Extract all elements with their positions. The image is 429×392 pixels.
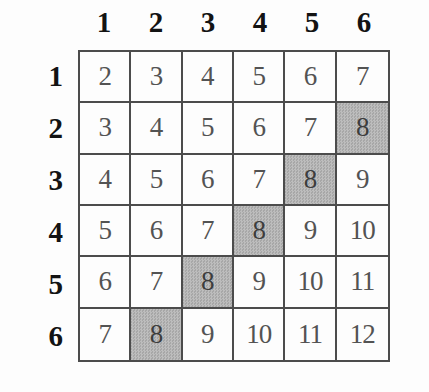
- cell-r3c5-highlighted: 8: [285, 155, 336, 206]
- addition-grid: 2345673456784567895678910678910117891011…: [78, 50, 390, 362]
- cell-r3c6: 9: [337, 155, 388, 206]
- cell-r1c1: 2: [80, 52, 131, 103]
- cell-r6c1: 7: [80, 309, 131, 360]
- col-header-6: 6: [338, 0, 390, 50]
- cell-r5c1: 6: [80, 257, 131, 308]
- cell-r4c4-highlighted: 8: [234, 206, 285, 257]
- cell-r6c4: 10: [234, 309, 285, 360]
- row-header-3: 3: [0, 154, 78, 206]
- cell-r5c4: 9: [234, 257, 285, 308]
- cell-r1c5: 6: [285, 52, 336, 103]
- cell-r4c5: 9: [285, 206, 336, 257]
- corner-spacer: [0, 0, 78, 50]
- cell-r1c2: 3: [131, 52, 182, 103]
- cell-r6c2-highlighted: 8: [131, 309, 182, 360]
- cell-r1c3: 4: [183, 52, 234, 103]
- cell-r2c4: 6: [234, 103, 285, 154]
- col-header-1: 1: [78, 0, 130, 50]
- cell-r3c4: 7: [234, 155, 285, 206]
- cell-r2c6-highlighted: 8: [337, 103, 388, 154]
- cell-r3c1: 4: [80, 155, 131, 206]
- col-header-2: 2: [130, 0, 182, 50]
- cell-r2c1: 3: [80, 103, 131, 154]
- row-header-5: 5: [0, 258, 78, 310]
- cell-r1c4: 5: [234, 52, 285, 103]
- cell-r3c2: 5: [131, 155, 182, 206]
- dice-sum-table-diagram: 123456123456 234567345678456789567891067…: [0, 0, 429, 392]
- cell-r2c3: 5: [183, 103, 234, 154]
- col-header-3: 3: [182, 0, 234, 50]
- row-header-4: 4: [0, 206, 78, 258]
- cell-r4c3: 7: [183, 206, 234, 257]
- cell-r1c6: 7: [337, 52, 388, 103]
- cell-r6c6: 12: [337, 309, 388, 360]
- row-header-1: 1: [0, 50, 78, 102]
- col-header-4: 4: [234, 0, 286, 50]
- cell-r6c3: 9: [183, 309, 234, 360]
- cell-r4c1: 5: [80, 206, 131, 257]
- col-header-5: 5: [286, 0, 338, 50]
- row-header-2: 2: [0, 102, 78, 154]
- cell-r5c2: 7: [131, 257, 182, 308]
- cell-r5c3-highlighted: 8: [183, 257, 234, 308]
- cell-r4c2: 6: [131, 206, 182, 257]
- cell-r6c5: 11: [285, 309, 336, 360]
- cell-r5c5: 10: [285, 257, 336, 308]
- cell-r5c6: 11: [337, 257, 388, 308]
- cell-r2c5: 7: [285, 103, 336, 154]
- cell-r4c6: 10: [337, 206, 388, 257]
- cell-r3c3: 6: [183, 155, 234, 206]
- cell-r2c2: 4: [131, 103, 182, 154]
- row-header-6: 6: [0, 310, 78, 362]
